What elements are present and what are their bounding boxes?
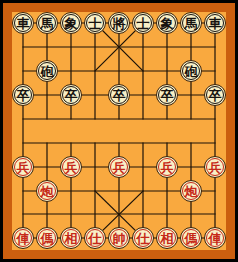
piece-red-soldier[interactable]: 兵 (108, 156, 130, 178)
piece-glyph: 兵 (65, 160, 78, 173)
xiangqi-app-window: 車馬象士將士象馬車砲砲卒卒卒卒卒兵兵兵兵兵炮炮俥傌相仕帥仕相傌俥 (0, 0, 238, 262)
piece-black-chariot[interactable]: 車 (204, 12, 226, 34)
xiangqi-board[interactable]: 車馬象士將士象馬車砲砲卒卒卒卒卒兵兵兵兵兵炮炮俥傌相仕帥仕相傌俥 (12, 12, 226, 250)
piece-red-soldier[interactable]: 兵 (156, 156, 178, 178)
piece-glyph: 炮 (41, 184, 54, 197)
piece-glyph: 傌 (185, 231, 198, 244)
piece-black-horse[interactable]: 馬 (180, 12, 202, 34)
piece-red-soldier[interactable]: 兵 (204, 156, 226, 178)
piece-glyph: 帥 (113, 231, 126, 244)
piece-glyph: 俥 (17, 231, 30, 244)
piece-black-soldier[interactable]: 卒 (156, 84, 178, 106)
piece-glyph: 馬 (41, 16, 54, 29)
piece-glyph: 馬 (185, 16, 198, 29)
piece-glyph: 砲 (185, 64, 198, 77)
piece-glyph: 俥 (209, 231, 222, 244)
piece-glyph: 傌 (41, 231, 54, 244)
piece-glyph: 車 (17, 16, 30, 29)
piece-red-cannon[interactable]: 炮 (180, 180, 202, 202)
piece-glyph: 仕 (137, 231, 150, 244)
piece-glyph: 相 (161, 231, 174, 244)
pieces-layer: 車馬象士將士象馬車砲砲卒卒卒卒卒兵兵兵兵兵炮炮俥傌相仕帥仕相傌俥 (12, 12, 226, 250)
piece-glyph: 砲 (41, 64, 54, 77)
piece-glyph: 卒 (17, 88, 30, 101)
piece-red-soldier[interactable]: 兵 (12, 156, 34, 178)
piece-black-advisor[interactable]: 士 (84, 12, 106, 34)
piece-glyph: 車 (209, 16, 222, 29)
piece-glyph: 相 (65, 231, 78, 244)
piece-glyph: 士 (89, 16, 102, 29)
piece-red-cannon[interactable]: 炮 (36, 180, 58, 202)
piece-glyph: 兵 (209, 160, 222, 173)
piece-glyph: 卒 (209, 88, 222, 101)
piece-black-elephant[interactable]: 象 (60, 12, 82, 34)
piece-glyph: 將 (113, 16, 126, 29)
piece-red-elephant[interactable]: 相 (60, 227, 82, 249)
piece-red-advisor[interactable]: 仕 (132, 227, 154, 249)
piece-red-horse[interactable]: 傌 (180, 227, 202, 249)
piece-black-advisor[interactable]: 士 (132, 12, 154, 34)
piece-red-soldier[interactable]: 兵 (60, 156, 82, 178)
piece-black-horse[interactable]: 馬 (36, 12, 58, 34)
piece-red-elephant[interactable]: 相 (156, 227, 178, 249)
piece-glyph: 卒 (113, 88, 126, 101)
piece-black-soldier[interactable]: 卒 (60, 84, 82, 106)
piece-glyph: 卒 (161, 88, 174, 101)
board-frame: 車馬象士將士象馬車砲砲卒卒卒卒卒兵兵兵兵兵炮炮俥傌相仕帥仕相傌俥 (3, 3, 235, 259)
piece-glyph: 士 (137, 16, 150, 29)
piece-glyph: 炮 (185, 184, 198, 197)
piece-black-soldier[interactable]: 卒 (12, 84, 34, 106)
piece-glyph: 兵 (161, 160, 174, 173)
piece-red-general[interactable]: 帥 (108, 227, 130, 249)
piece-glyph: 兵 (17, 160, 30, 173)
piece-black-chariot[interactable]: 車 (12, 12, 34, 34)
piece-glyph: 仕 (89, 231, 102, 244)
piece-black-elephant[interactable]: 象 (156, 12, 178, 34)
piece-glyph: 象 (161, 16, 174, 29)
piece-black-cannon[interactable]: 砲 (36, 60, 58, 82)
piece-glyph: 象 (65, 16, 78, 29)
piece-glyph: 兵 (113, 160, 126, 173)
piece-black-general[interactable]: 將 (108, 12, 130, 34)
piece-red-advisor[interactable]: 仕 (84, 227, 106, 249)
piece-black-soldier[interactable]: 卒 (108, 84, 130, 106)
piece-black-soldier[interactable]: 卒 (204, 84, 226, 106)
piece-red-chariot[interactable]: 俥 (12, 227, 34, 249)
piece-red-horse[interactable]: 傌 (36, 227, 58, 249)
piece-glyph: 卒 (65, 88, 78, 101)
piece-red-chariot[interactable]: 俥 (204, 227, 226, 249)
piece-black-cannon[interactable]: 砲 (180, 60, 202, 82)
